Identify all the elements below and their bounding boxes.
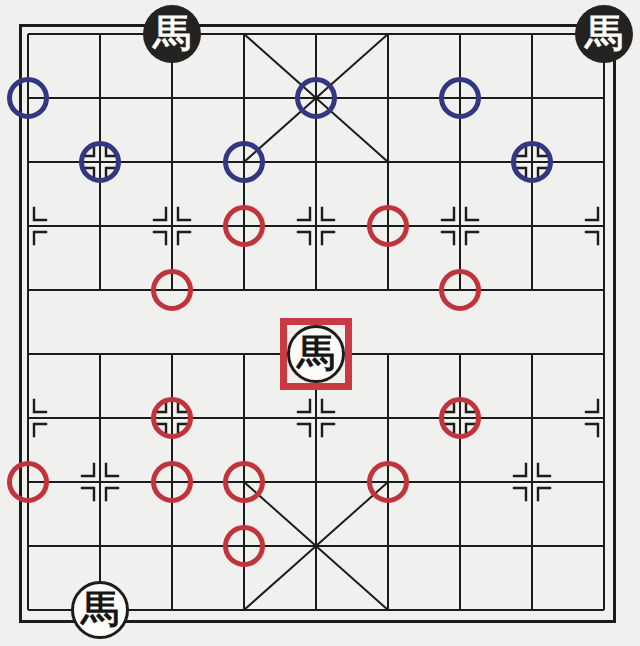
piece-glyph: 馬 <box>297 334 335 372</box>
move-marker-blue[interactable] <box>0 66 64 130</box>
move-marker-blue[interactable] <box>280 66 352 130</box>
move-circle-red <box>223 461 265 503</box>
move-marker-red[interactable] <box>424 386 496 450</box>
move-circle-red <box>223 205 265 247</box>
move-circle-blue <box>511 141 553 183</box>
move-circle-blue <box>223 141 265 183</box>
piece-glyph: 馬 <box>81 590 119 628</box>
move-circle-blue <box>79 141 121 183</box>
move-circle-blue <box>295 77 337 119</box>
black-horse-piece[interactable]: 馬 <box>136 2 208 66</box>
piece-glyph: 馬 <box>153 14 191 52</box>
move-circle-blue <box>439 77 481 119</box>
move-circle-red <box>367 205 409 247</box>
piece-glyph: 馬 <box>585 14 623 52</box>
move-circle-red <box>7 461 49 503</box>
move-circle-red <box>439 397 481 439</box>
black-horse-piece[interactable]: 馬 <box>568 2 640 66</box>
move-circle-red <box>151 461 193 503</box>
move-marker-red[interactable] <box>136 258 208 322</box>
xiangqi-board-diagram: 馬馬馬馬 <box>0 0 640 646</box>
red-horse-piece[interactable]: 馬 <box>64 578 136 642</box>
piece-disc: 馬 <box>575 5 633 63</box>
move-marker-red[interactable] <box>424 258 496 322</box>
move-marker-blue[interactable] <box>64 130 136 194</box>
move-marker-blue[interactable] <box>496 130 568 194</box>
piece-disc: 馬 <box>71 581 129 639</box>
move-marker-red[interactable] <box>136 386 208 450</box>
move-circle-red <box>151 397 193 439</box>
move-marker-red[interactable] <box>208 514 280 578</box>
red-horse-piece[interactable]: 馬 <box>280 322 352 386</box>
move-marker-blue[interactable] <box>208 130 280 194</box>
move-marker-red[interactable] <box>208 450 280 514</box>
piece-disc: 馬 <box>143 5 201 63</box>
move-marker-red[interactable] <box>136 450 208 514</box>
move-marker-blue[interactable] <box>424 66 496 130</box>
move-marker-red[interactable] <box>352 450 424 514</box>
move-circle-red <box>151 269 193 311</box>
board-points: 馬馬馬馬 <box>0 2 640 642</box>
move-circle-red <box>439 269 481 311</box>
move-marker-red[interactable] <box>0 450 64 514</box>
move-circle-blue <box>7 77 49 119</box>
move-circle-red <box>223 525 265 567</box>
piece-disc: 馬 <box>287 325 345 383</box>
move-marker-red[interactable] <box>208 194 280 258</box>
move-circle-red <box>367 461 409 503</box>
move-marker-red[interactable] <box>352 194 424 258</box>
